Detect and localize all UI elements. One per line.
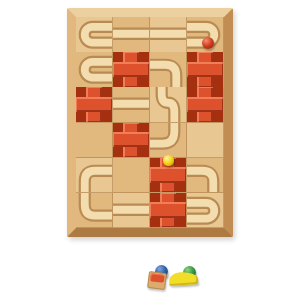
block-r4c1-P[interactable] <box>76 123 113 159</box>
block-grid <box>76 17 224 228</box>
block-r1c1-UR[interactable] <box>76 17 113 53</box>
block-r5c2-P[interactable] <box>113 158 150 194</box>
block-r2c1-UR[interactable] <box>76 52 113 88</box>
block-r4c3-CTL[interactable] <box>150 123 187 159</box>
red-cross-block <box>187 52 223 87</box>
block-r3c3-S[interactable] <box>150 87 187 123</box>
block-r6c2-H[interactable] <box>113 193 150 229</box>
block-r2c3-CLD[interactable] <box>150 52 187 88</box>
block-r1c3-H[interactable] <box>150 17 187 53</box>
red-marble[interactable] <box>202 37 214 49</box>
block-r6c1-U2B[interactable] <box>76 193 113 229</box>
block-r6c3-X[interactable] <box>150 193 187 229</box>
block-r4c4-P[interactable] <box>187 123 224 159</box>
block-r6c4-UL[interactable] <box>187 193 224 229</box>
red-cross-block <box>76 87 112 122</box>
red-cross-block <box>113 52 149 87</box>
block-r1c2-H[interactable] <box>113 17 150 53</box>
red-cross-block <box>150 193 186 228</box>
block-r4c2-X[interactable] <box>113 123 150 159</box>
marble-maze-photo <box>0 0 300 300</box>
block-r3c4-X[interactable] <box>187 87 224 123</box>
block-r3c2-H[interactable] <box>113 87 150 123</box>
block-r2c2-X[interactable] <box>113 52 150 88</box>
red-cube-top <box>150 273 165 283</box>
yellow-marble[interactable] <box>163 155 174 166</box>
block-r5c4-CLD[interactable] <box>187 158 224 194</box>
red-cross-block <box>187 87 223 122</box>
block-r2c4-X[interactable] <box>187 52 224 88</box>
block-r3c1-X[interactable] <box>76 87 113 123</box>
block-r5c1-U2T[interactable] <box>76 158 113 194</box>
red-cross-block <box>113 123 149 158</box>
wood-cube-red-top[interactable] <box>147 271 167 290</box>
